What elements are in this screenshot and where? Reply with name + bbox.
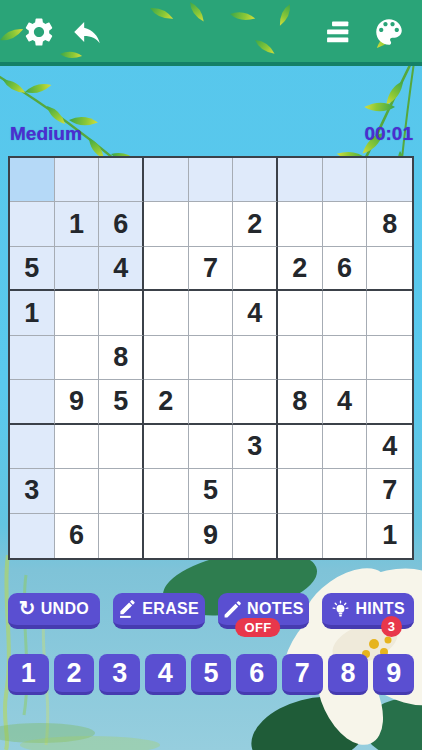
cell-r2c2[interactable]: 1 <box>55 202 100 246</box>
numpad-button-7[interactable]: 7 <box>282 654 323 695</box>
cell-r1c5[interactable] <box>189 158 234 202</box>
timer-label: 00:01 <box>364 123 413 145</box>
cell-r7c6[interactable]: 3 <box>233 425 278 469</box>
cell-r3c1[interactable]: 5 <box>10 247 55 291</box>
cell-r4c2[interactable] <box>55 291 100 335</box>
numpad-button-9[interactable]: 9 <box>373 654 414 695</box>
app-screen: Medium 00:01 1628547261489528434357691 ↻… <box>0 0 422 750</box>
hints-label: HINTS <box>355 600 405 618</box>
hints-count-badge: 3 <box>381 616 402 637</box>
numpad-button-2[interactable]: 2 <box>54 654 95 695</box>
hints-bulb-icon <box>331 600 350 619</box>
cell-r2c3[interactable]: 6 <box>99 202 144 246</box>
cell-r5c4[interactable] <box>144 336 189 380</box>
cell-r3c9[interactable] <box>367 247 412 291</box>
cell-r6c7[interactable]: 8 <box>278 380 323 424</box>
sudoku-grid: 1628547261489528434357691 <box>8 156 414 560</box>
undo-label: UNDO <box>41 600 89 618</box>
cell-r2c9[interactable]: 8 <box>367 202 412 246</box>
cell-r1c8[interactable] <box>323 158 368 202</box>
cell-r1c7[interactable] <box>278 158 323 202</box>
cell-r1c4[interactable] <box>144 158 189 202</box>
cell-r9c4[interactable] <box>144 514 189 558</box>
water-reflections <box>0 555 160 750</box>
cell-r3c2[interactable] <box>55 247 100 291</box>
cell-r4c9[interactable] <box>367 291 412 335</box>
cell-r6c5[interactable] <box>189 380 234 424</box>
cell-r8c3[interactable] <box>99 469 144 513</box>
cell-r9c3[interactable] <box>99 514 144 558</box>
top-bar <box>0 0 422 66</box>
settings-gear-icon[interactable] <box>22 15 56 49</box>
cell-r2c7[interactable] <box>278 202 323 246</box>
cell-r9c9[interactable]: 1 <box>367 514 412 558</box>
cell-r7c5[interactable] <box>189 425 234 469</box>
undo-icon: ↻ <box>19 598 36 618</box>
numpad-button-4[interactable]: 4 <box>145 654 186 695</box>
cell-r6c4[interactable]: 2 <box>144 380 189 424</box>
cell-r4c7[interactable] <box>278 291 323 335</box>
cell-r6c6[interactable] <box>233 380 278 424</box>
palette-icon[interactable] <box>372 15 406 49</box>
cell-r4c5[interactable] <box>189 291 234 335</box>
cell-r8c9[interactable]: 7 <box>367 469 412 513</box>
notes-button[interactable]: NOTES OFF <box>218 593 310 629</box>
cell-r7c8[interactable] <box>323 425 368 469</box>
cell-r8c2[interactable] <box>55 469 100 513</box>
cell-r5c9[interactable] <box>367 336 412 380</box>
numpad-button-1[interactable]: 1 <box>8 654 49 695</box>
cell-r3c4[interactable] <box>144 247 189 291</box>
cell-r5c3[interactable]: 8 <box>99 336 144 380</box>
cell-r4c3[interactable] <box>99 291 144 335</box>
cell-r5c2[interactable] <box>55 336 100 380</box>
cell-r6c9[interactable] <box>367 380 412 424</box>
cell-r4c8[interactable] <box>323 291 368 335</box>
cell-r9c1[interactable] <box>10 514 55 558</box>
toolbar: ↻ UNDO ERASE NOTES OFF <box>8 593 414 629</box>
cell-r5c8[interactable] <box>323 336 368 380</box>
cell-r5c1[interactable] <box>10 336 55 380</box>
cell-r8c6[interactable] <box>233 469 278 513</box>
cell-r2c1[interactable] <box>10 202 55 246</box>
difficulty-label: Medium <box>10 123 82 145</box>
cell-r1c2[interactable] <box>55 158 100 202</box>
cell-r3c8[interactable]: 6 <box>323 247 368 291</box>
cell-r7c9[interactable]: 4 <box>367 425 412 469</box>
numpad-button-5[interactable]: 5 <box>191 654 232 695</box>
cell-r1c1[interactable] <box>10 158 55 202</box>
numpad-button-3[interactable]: 3 <box>99 654 140 695</box>
cell-r8c7[interactable] <box>278 469 323 513</box>
cell-r6c1[interactable] <box>10 380 55 424</box>
undo-button[interactable]: ↻ UNDO <box>8 593 100 629</box>
cell-r4c4[interactable] <box>144 291 189 335</box>
cell-r1c3[interactable] <box>99 158 144 202</box>
cell-r4c6[interactable]: 4 <box>233 291 278 335</box>
menu-lines-icon[interactable] <box>320 15 354 49</box>
cell-r3c7[interactable]: 2 <box>278 247 323 291</box>
back-arrow-icon[interactable] <box>70 15 104 49</box>
number-pad: 123456789 <box>8 654 414 695</box>
cell-r3c5[interactable]: 7 <box>189 247 234 291</box>
cell-r8c4[interactable] <box>144 469 189 513</box>
cell-r5c5[interactable] <box>189 336 234 380</box>
cell-r4c1[interactable]: 1 <box>10 291 55 335</box>
cell-r8c1[interactable]: 3 <box>10 469 55 513</box>
cell-r3c3[interactable]: 4 <box>99 247 144 291</box>
cell-r9c6[interactable] <box>233 514 278 558</box>
notes-label: NOTES <box>247 600 304 618</box>
numpad-button-6[interactable]: 6 <box>236 654 277 695</box>
cell-r5c7[interactable] <box>278 336 323 380</box>
cell-r2c4[interactable] <box>144 202 189 246</box>
cell-r9c8[interactable] <box>323 514 368 558</box>
cell-r9c5[interactable]: 9 <box>189 514 234 558</box>
erase-button[interactable]: ERASE <box>113 593 205 629</box>
cell-r6c8[interactable]: 4 <box>323 380 368 424</box>
cell-r7c3[interactable] <box>99 425 144 469</box>
lotus-flower <box>160 548 422 750</box>
cell-r9c7[interactable] <box>278 514 323 558</box>
erase-label: ERASE <box>142 600 199 618</box>
numpad-button-8[interactable]: 8 <box>328 654 369 695</box>
cell-r8c5[interactable]: 5 <box>189 469 234 513</box>
cell-r7c2[interactable] <box>55 425 100 469</box>
topbar-leaves <box>0 0 422 66</box>
cell-r6c2[interactable]: 9 <box>55 380 100 424</box>
cell-r7c1[interactable] <box>10 425 55 469</box>
cell-r9c2[interactable]: 6 <box>55 514 100 558</box>
hints-button[interactable]: HINTS 3 <box>322 593 414 629</box>
cell-r5c6[interactable] <box>233 336 278 380</box>
cell-r1c9[interactable] <box>367 158 412 202</box>
cell-r3c6[interactable] <box>233 247 278 291</box>
cell-r2c6[interactable]: 2 <box>233 202 278 246</box>
cell-r7c7[interactable] <box>278 425 323 469</box>
cell-r2c5[interactable] <box>189 202 234 246</box>
notes-pencil-icon <box>223 600 242 619</box>
cell-r7c4[interactable] <box>144 425 189 469</box>
notes-off-badge: OFF <box>236 618 281 637</box>
cell-r6c3[interactable]: 5 <box>99 380 144 424</box>
cell-r8c8[interactable] <box>323 469 368 513</box>
cell-r2c8[interactable] <box>323 202 368 246</box>
erase-pencil-icon <box>118 600 137 619</box>
cell-r1c6[interactable] <box>233 158 278 202</box>
